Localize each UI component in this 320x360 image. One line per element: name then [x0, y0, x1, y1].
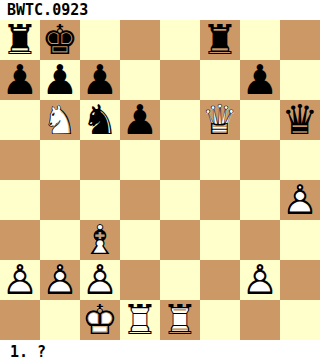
square-g8[interactable] [240, 20, 280, 60]
square-c1[interactable]: ♚♔ [80, 300, 120, 340]
square-c5[interactable] [80, 140, 120, 180]
piece-black-king: ♚ [40, 20, 80, 60]
piece-white-pawn: ♟♙ [80, 260, 120, 300]
square-d5[interactable] [120, 140, 160, 180]
square-h1[interactable] [280, 300, 320, 340]
square-b5[interactable] [40, 140, 80, 180]
square-e4[interactable] [160, 180, 200, 220]
square-h6[interactable]: ♛ [280, 100, 320, 140]
square-d7[interactable] [120, 60, 160, 100]
square-h4[interactable]: ♟♙ [280, 180, 320, 220]
piece-black-pawn: ♟ [80, 60, 120, 100]
square-h2[interactable] [280, 260, 320, 300]
square-g3[interactable] [240, 220, 280, 260]
square-g1[interactable] [240, 300, 280, 340]
square-c8[interactable] [80, 20, 120, 60]
piece-white-pawn: ♟♙ [0, 260, 40, 300]
square-b8[interactable]: ♚ [40, 20, 80, 60]
piece-white-pawn: ♟♙ [240, 260, 280, 300]
square-d1[interactable]: ♜♖ [120, 300, 160, 340]
square-d2[interactable] [120, 260, 160, 300]
square-e3[interactable] [160, 220, 200, 260]
square-f6[interactable]: ♛♕ [200, 100, 240, 140]
piece-white-pawn: ♟♙ [280, 180, 320, 220]
square-c3[interactable]: ♝♗ [80, 220, 120, 260]
square-b3[interactable] [40, 220, 80, 260]
piece-black-pawn: ♟ [240, 60, 280, 100]
square-a5[interactable] [0, 140, 40, 180]
square-g7[interactable]: ♟ [240, 60, 280, 100]
square-f8[interactable]: ♜ [200, 20, 240, 60]
square-g2[interactable]: ♟♙ [240, 260, 280, 300]
piece-black-knight: ♞ [80, 100, 120, 140]
square-e6[interactable] [160, 100, 200, 140]
move-prompt: 1. ? [0, 340, 320, 360]
piece-black-rook: ♜ [200, 20, 240, 60]
square-d8[interactable] [120, 20, 160, 60]
piece-white-pawn: ♟♙ [40, 260, 80, 300]
square-f4[interactable] [200, 180, 240, 220]
square-a8[interactable]: ♜ [0, 20, 40, 60]
square-a4[interactable] [0, 180, 40, 220]
square-h8[interactable] [280, 20, 320, 60]
square-c6[interactable]: ♞ [80, 100, 120, 140]
square-c7[interactable]: ♟ [80, 60, 120, 100]
square-a1[interactable] [0, 300, 40, 340]
chess-board: ♜♚♜♟♟♟♟♞♘♞♟♛♕♛♟♙♝♗♟♙♟♙♟♙♟♙♚♔♜♖♜♖ [0, 20, 320, 340]
square-f2[interactable] [200, 260, 240, 300]
square-b4[interactable] [40, 180, 80, 220]
piece-white-rook: ♜♖ [120, 300, 160, 340]
square-g4[interactable] [240, 180, 280, 220]
square-e5[interactable] [160, 140, 200, 180]
square-f3[interactable] [200, 220, 240, 260]
piece-black-queen: ♛ [280, 100, 320, 140]
piece-black-pawn: ♟ [0, 60, 40, 100]
square-b7[interactable]: ♟ [40, 60, 80, 100]
square-h5[interactable] [280, 140, 320, 180]
square-c4[interactable] [80, 180, 120, 220]
square-d4[interactable] [120, 180, 160, 220]
piece-white-bishop: ♝♗ [80, 220, 120, 260]
square-b1[interactable] [40, 300, 80, 340]
square-a7[interactable]: ♟ [0, 60, 40, 100]
square-h7[interactable] [280, 60, 320, 100]
square-a6[interactable] [0, 100, 40, 140]
piece-white-queen: ♛♕ [200, 100, 240, 140]
square-d6[interactable]: ♟ [120, 100, 160, 140]
square-g6[interactable] [240, 100, 280, 140]
piece-white-knight: ♞♘ [40, 100, 80, 140]
piece-black-pawn: ♟ [40, 60, 80, 100]
square-e7[interactable] [160, 60, 200, 100]
square-d3[interactable] [120, 220, 160, 260]
square-b6[interactable]: ♞♘ [40, 100, 80, 140]
square-f7[interactable] [200, 60, 240, 100]
square-b2[interactable]: ♟♙ [40, 260, 80, 300]
square-c2[interactable]: ♟♙ [80, 260, 120, 300]
square-f5[interactable] [200, 140, 240, 180]
square-a2[interactable]: ♟♙ [0, 260, 40, 300]
square-e2[interactable] [160, 260, 200, 300]
piece-white-king: ♚♔ [80, 300, 120, 340]
square-a3[interactable] [0, 220, 40, 260]
square-g5[interactable] [240, 140, 280, 180]
piece-white-rook: ♜♖ [160, 300, 200, 340]
chess-puzzle-app: BWTC.0923 ♜♚♜♟♟♟♟♞♘♞♟♛♕♛♟♙♝♗♟♙♟♙♟♙♟♙♚♔♜♖… [0, 0, 320, 360]
square-e1[interactable]: ♜♖ [160, 300, 200, 340]
square-e8[interactable] [160, 20, 200, 60]
square-f1[interactable] [200, 300, 240, 340]
square-h3[interactable] [280, 220, 320, 260]
piece-black-rook: ♜ [0, 20, 40, 60]
piece-black-pawn: ♟ [120, 100, 160, 140]
